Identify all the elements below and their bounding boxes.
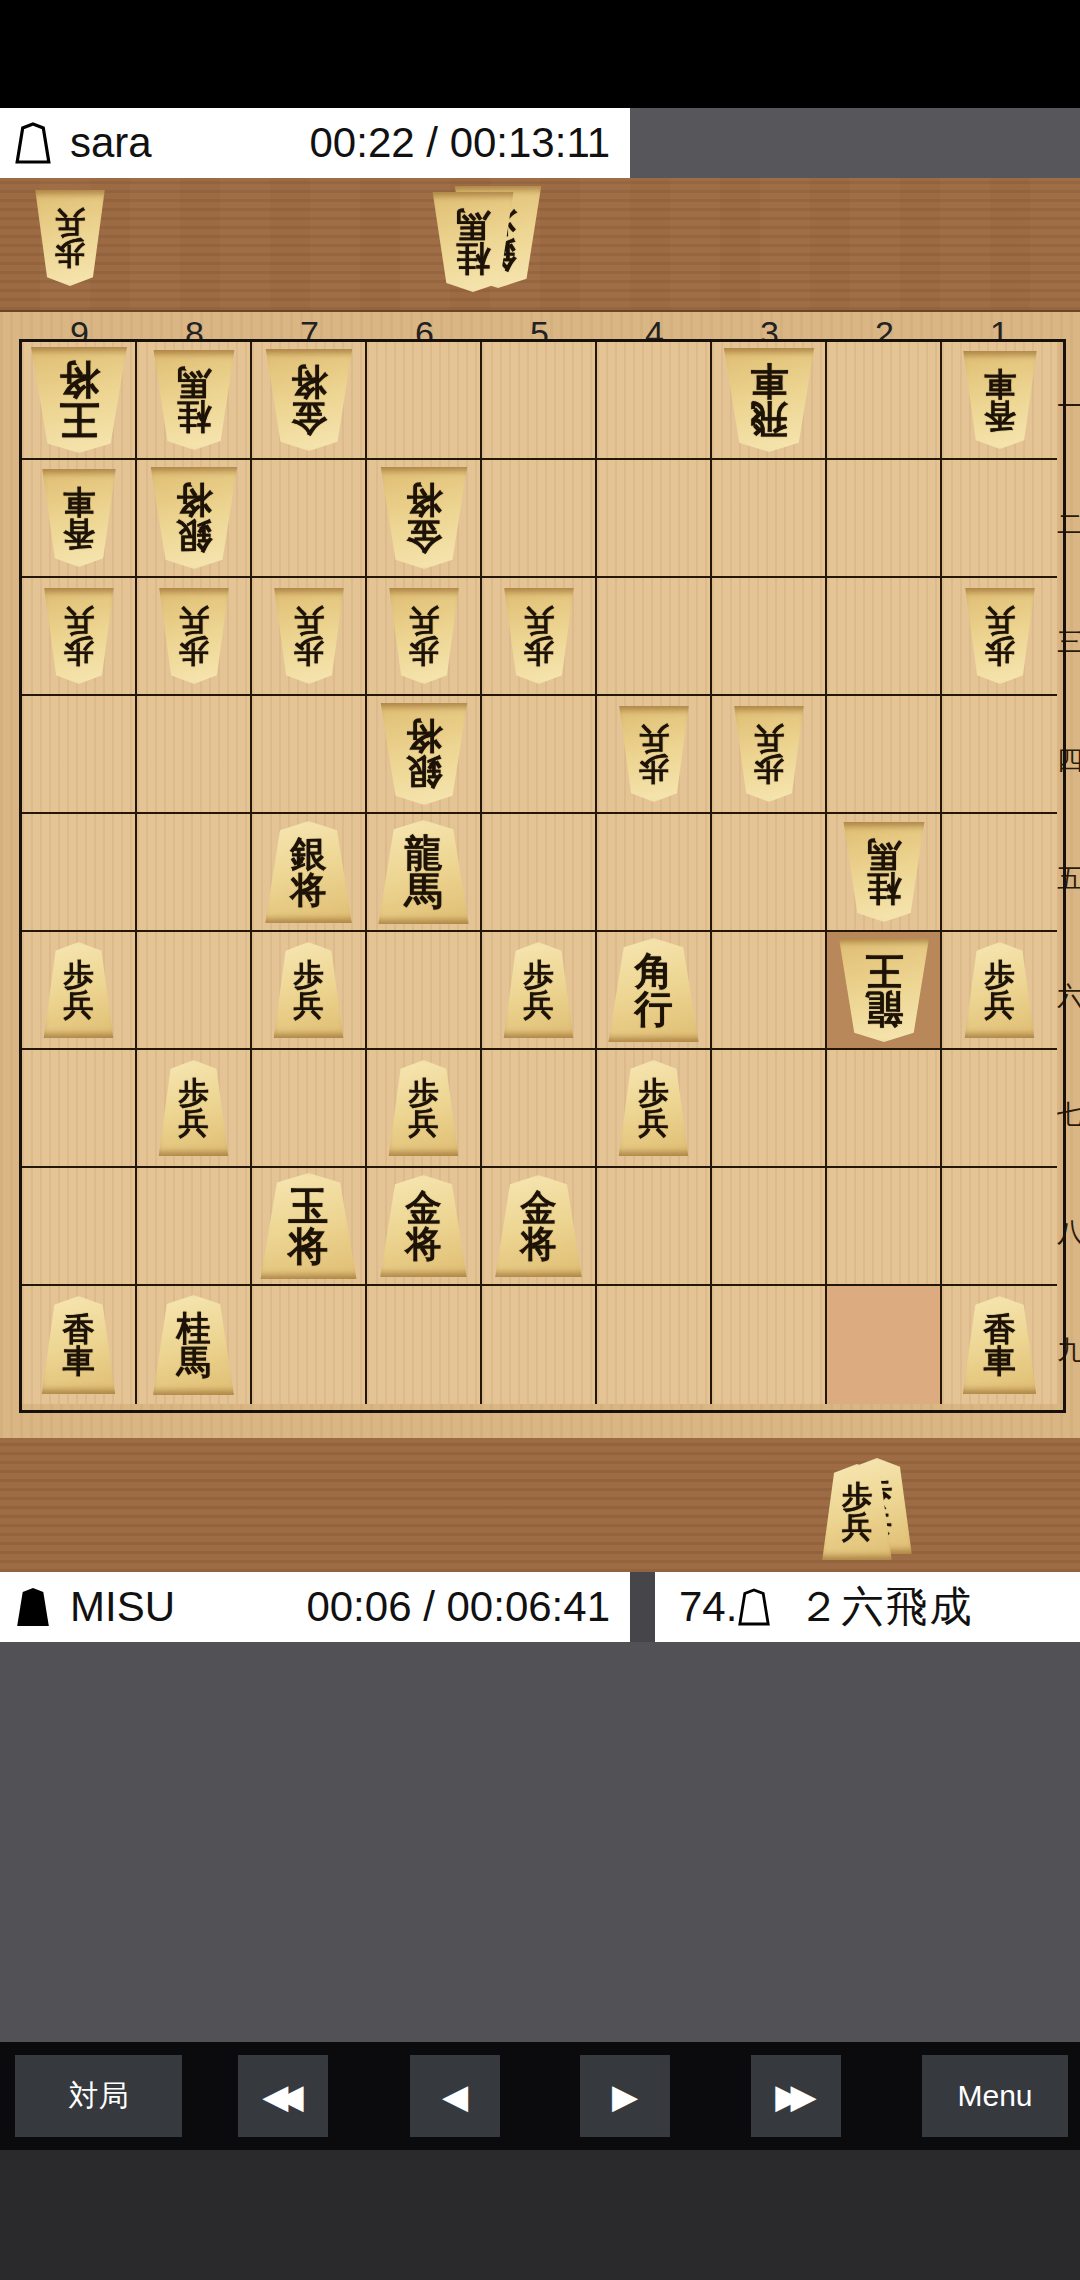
square-8-七[interactable]: 歩兵	[137, 1050, 252, 1168]
double-right-button[interactable]: ▶▶	[751, 2055, 841, 2137]
square-8-五[interactable]	[137, 814, 252, 932]
square-8-一[interactable]: 桂馬	[137, 342, 252, 460]
sente-hand-tray: 歩兵歩兵	[0, 1438, 1080, 1572]
square-9-一[interactable]: 王将	[22, 342, 137, 460]
square-5-一[interactable]	[482, 342, 597, 460]
square-1-五[interactable]	[942, 814, 1057, 932]
square-4-七[interactable]: 歩兵	[597, 1050, 712, 1168]
square-8-四[interactable]	[137, 696, 252, 814]
right-button[interactable]: ▶	[580, 2055, 670, 2137]
square-8-九[interactable]: 桂馬	[137, 1286, 252, 1404]
top-player-clock: 00:22 / 00:13:11	[310, 119, 610, 167]
square-5-七[interactable]	[482, 1050, 597, 1168]
piece-gote-s[interactable]: 銀将	[378, 703, 470, 805]
square-8-二[interactable]: 銀将	[137, 460, 252, 578]
square-7-二[interactable]	[252, 460, 367, 578]
square-4-九[interactable]	[597, 1286, 712, 1404]
square-8-六[interactable]	[137, 932, 252, 1050]
square-1-八[interactable]	[942, 1168, 1057, 1286]
piece-sente-n[interactable]: 桂馬	[151, 1295, 237, 1395]
square-2-四[interactable]	[827, 696, 942, 814]
piece-gote-n[interactable]: 桂馬	[151, 350, 237, 450]
square-3-六[interactable]	[712, 932, 827, 1050]
square-4-四[interactable]: 歩兵	[597, 696, 712, 814]
square-5-四[interactable]	[482, 696, 597, 814]
square-4-八[interactable]	[597, 1168, 712, 1286]
bottom-player-name: MISU	[70, 1583, 175, 1631]
square-1-三[interactable]: 歩兵	[942, 578, 1057, 696]
square-2-六[interactable]: 龍王	[827, 932, 942, 1050]
square-2-八[interactable]	[827, 1168, 942, 1286]
square-1-七[interactable]	[942, 1050, 1057, 1168]
square-5-三[interactable]: 歩兵	[482, 578, 597, 696]
top-bar-filler	[630, 108, 1080, 178]
square-5-九[interactable]	[482, 1286, 597, 1404]
square-4-一[interactable]	[597, 342, 712, 460]
bottom-player-clock: 00:06 / 00:06:41	[306, 1583, 610, 1631]
square-1-四[interactable]	[942, 696, 1057, 814]
piece-sente-p[interactable]: 歩兵	[502, 942, 576, 1038]
left-icon: ◀	[442, 2076, 468, 2116]
gote-hand-tray: 歩兵銀将桂馬	[0, 178, 1080, 310]
piece-gote-g[interactable]: 金将	[378, 467, 470, 569]
square-9-三[interactable]: 歩兵	[22, 578, 137, 696]
square-2-一[interactable]	[827, 342, 942, 460]
square-6-六[interactable]	[367, 932, 482, 1050]
square-7-七[interactable]	[252, 1050, 367, 1168]
menu-button[interactable]: Menu	[922, 2055, 1068, 2137]
square-4-五[interactable]	[597, 814, 712, 932]
square-1-六[interactable]: 歩兵	[942, 932, 1057, 1050]
double-right-icon: ▶▶	[775, 2076, 816, 2116]
move-text: ２六飛成	[797, 1579, 973, 1635]
piece-sente-p[interactable]: 歩兵	[272, 942, 346, 1038]
piece-gote-l[interactable]: 香車	[40, 469, 118, 567]
square-3-四[interactable]: 歩兵	[712, 696, 827, 814]
bottom-player-bar: MISU 00:06 / 00:06:41	[0, 1572, 630, 1642]
square-6-八[interactable]: 金将	[367, 1168, 482, 1286]
piece-sente-k[interactable]: 玉将	[258, 1173, 360, 1279]
square-5-六[interactable]: 歩兵	[482, 932, 597, 1050]
piece-sente-p[interactable]: 歩兵	[387, 1060, 461, 1156]
square-3-八[interactable]	[712, 1168, 827, 1286]
last-move-bar: 74. ２六飛成	[655, 1572, 1080, 1642]
piece-gote-p[interactable]: 歩兵	[33, 190, 107, 286]
square-7-三[interactable]: 歩兵	[252, 578, 367, 696]
square-5-八[interactable]: 金将	[482, 1168, 597, 1286]
square-8-八[interactable]	[137, 1168, 252, 1286]
piece-gote-p[interactable]: 歩兵	[732, 706, 806, 802]
gote-move-icon	[737, 1588, 771, 1626]
move-number: 74.	[679, 1583, 737, 1631]
playback-toolbar: 対局◀◀◀▶▶▶Menu	[0, 2042, 1080, 2150]
piece-gote-k[interactable]: 王将	[28, 347, 130, 453]
square-9-六[interactable]: 歩兵	[22, 932, 137, 1050]
piece-sente-p[interactable]: 歩兵	[42, 942, 116, 1038]
square-4-六[interactable]: 角行	[597, 932, 712, 1050]
piece-gote-g[interactable]: 金将	[263, 349, 355, 451]
piece-gote-p[interactable]: 歩兵	[42, 588, 116, 684]
square-5-二[interactable]	[482, 460, 597, 578]
square-6-一[interactable]	[367, 342, 482, 460]
square-1-九[interactable]: 香車	[942, 1286, 1057, 1404]
square-8-三[interactable]: 歩兵	[137, 578, 252, 696]
square-7-九[interactable]	[252, 1286, 367, 1404]
piece-sente-p[interactable]: 歩兵	[617, 1060, 691, 1156]
kifu-panel	[0, 1642, 1080, 2042]
piece-gote-p[interactable]: 歩兵	[502, 588, 576, 684]
piece-gote-p[interactable]: 歩兵	[272, 588, 346, 684]
sente-piece-icon	[14, 1586, 52, 1628]
square-1-二[interactable]	[942, 460, 1057, 578]
shogi-board: 王将桂馬金将飛車香車香車銀将金将歩兵歩兵歩兵歩兵歩兵歩兵銀将歩兵歩兵銀将龍馬桂馬…	[19, 339, 1066, 1413]
square-7-一[interactable]: 金将	[252, 342, 367, 460]
piece-sente-g[interactable]: 金将	[493, 1175, 585, 1277]
square-2-九[interactable]	[827, 1286, 942, 1404]
square-6-二[interactable]: 金将	[367, 460, 482, 578]
top-player-name: sara	[70, 119, 152, 167]
android-status-bar	[0, 0, 1080, 108]
piece-gote-l[interactable]: 香車	[961, 351, 1039, 449]
piece-sente-g[interactable]: 金将	[378, 1175, 470, 1277]
square-7-五[interactable]: 銀将	[252, 814, 367, 932]
piece-sente-l[interactable]: 香車	[961, 1296, 1039, 1394]
piece-gote-p[interactable]: 歩兵	[617, 706, 691, 802]
square-6-四[interactable]: 銀将	[367, 696, 482, 814]
piece-gote-s[interactable]: 銀将	[148, 467, 240, 569]
piece-gote-p[interactable]: 歩兵	[157, 588, 231, 684]
square-6-三[interactable]: 歩兵	[367, 578, 482, 696]
square-9-四[interactable]	[22, 696, 137, 814]
top-player-bar: sara 00:22 / 00:13:11	[0, 108, 630, 178]
square-3-一[interactable]: 飛車	[712, 342, 827, 460]
square-9-七[interactable]	[22, 1050, 137, 1168]
piece-gote-p[interactable]: 歩兵	[387, 588, 461, 684]
gote-piece-icon	[14, 122, 52, 164]
piece-gote-n[interactable]: 桂馬	[841, 822, 927, 922]
square-2-三[interactable]	[827, 578, 942, 696]
square-6-九[interactable]	[367, 1286, 482, 1404]
square-2-五[interactable]: 桂馬	[827, 814, 942, 932]
bottom-filler	[0, 2150, 1080, 2280]
bar-divider	[630, 1572, 655, 1642]
square-9-五[interactable]	[22, 814, 137, 932]
piece-sente-b[interactable]: 角行	[606, 938, 702, 1042]
square-4-二[interactable]	[597, 460, 712, 578]
square-7-八[interactable]: 玉将	[252, 1168, 367, 1286]
piece-gote-r[interactable]: 飛車	[721, 348, 817, 452]
square-3-七[interactable]	[712, 1050, 827, 1168]
square-2-二[interactable]	[827, 460, 942, 578]
square-1-一[interactable]: 香車	[942, 342, 1057, 460]
square-7-六[interactable]: 歩兵	[252, 932, 367, 1050]
square-7-四[interactable]	[252, 696, 367, 814]
right-icon: ▶	[612, 2076, 638, 2116]
square-9-二[interactable]: 香車	[22, 460, 137, 578]
piece-sente-p[interactable]: 歩兵	[963, 942, 1037, 1038]
square-3-三[interactable]	[712, 578, 827, 696]
double-left-icon: ◀◀	[262, 2076, 303, 2116]
taikyoku-button[interactable]: 対局	[15, 2055, 182, 2137]
square-2-七[interactable]	[827, 1050, 942, 1168]
left-button[interactable]: ◀	[410, 2055, 500, 2137]
square-6-七[interactable]: 歩兵	[367, 1050, 482, 1168]
piece-gote-p[interactable]: 歩兵	[963, 588, 1037, 684]
piece-gote-pr[interactable]: 龍王	[836, 938, 932, 1042]
piece-sente-s[interactable]: 銀将	[263, 821, 355, 923]
square-9-九[interactable]: 香車	[22, 1286, 137, 1404]
square-3-二[interactable]	[712, 460, 827, 578]
square-3-九[interactable]	[712, 1286, 827, 1404]
square-9-八[interactable]	[22, 1168, 137, 1286]
piece-sente-l[interactable]: 香車	[40, 1296, 118, 1394]
square-5-五[interactable]	[482, 814, 597, 932]
piece-sente-p[interactable]: 歩兵	[157, 1060, 231, 1156]
double-left-button[interactable]: ◀◀	[238, 2055, 328, 2137]
square-3-五[interactable]	[712, 814, 827, 932]
square-4-三[interactable]	[597, 578, 712, 696]
piece-sente-pb[interactable]: 龍馬	[376, 820, 472, 924]
square-6-五[interactable]: 龍馬	[367, 814, 482, 932]
